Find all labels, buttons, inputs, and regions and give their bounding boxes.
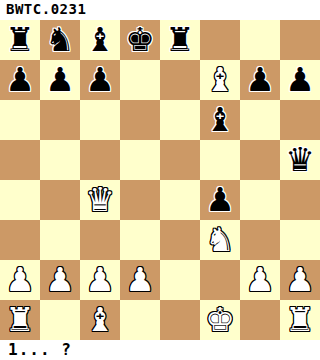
square-e1[interactable] [160, 300, 200, 340]
black-rook: ♜ [165, 20, 195, 60]
white-rook: ♜ [5, 300, 35, 340]
square-h5[interactable]: ♛ [280, 140, 320, 180]
square-g7[interactable]: ♟ [240, 60, 280, 100]
square-b3[interactable] [40, 220, 80, 260]
square-f8[interactable] [200, 20, 240, 60]
black-bishop: ♝ [85, 20, 115, 60]
move-prompt: 1... ? [0, 340, 320, 360]
square-a6[interactable] [0, 100, 40, 140]
square-a8[interactable]: ♜ [0, 20, 40, 60]
square-a7[interactable]: ♟ [0, 60, 40, 100]
square-g1[interactable] [240, 300, 280, 340]
white-pawn: ♟ [45, 260, 75, 300]
square-c6[interactable] [80, 100, 120, 140]
white-pawn: ♟ [85, 260, 115, 300]
square-d4[interactable] [120, 180, 160, 220]
square-c8[interactable]: ♝ [80, 20, 120, 60]
chess-board: ♜♞♝♚♜♟♟♟♝♟♟♝♛♛♟♞♟♟♟♟♟♟♜♝♚♜ [0, 20, 320, 340]
square-f5[interactable] [200, 140, 240, 180]
white-pawn: ♟ [285, 260, 315, 300]
square-f2[interactable] [200, 260, 240, 300]
square-g6[interactable] [240, 100, 280, 140]
square-h1[interactable]: ♜ [280, 300, 320, 340]
black-pawn: ♟ [85, 60, 115, 100]
square-b2[interactable]: ♟ [40, 260, 80, 300]
white-queen: ♛ [85, 180, 115, 220]
square-a5[interactable] [0, 140, 40, 180]
square-g8[interactable] [240, 20, 280, 60]
square-a1[interactable]: ♜ [0, 300, 40, 340]
square-e3[interactable] [160, 220, 200, 260]
white-rook: ♜ [285, 300, 315, 340]
square-c2[interactable]: ♟ [80, 260, 120, 300]
black-pawn: ♟ [5, 60, 35, 100]
square-b4[interactable] [40, 180, 80, 220]
black-pawn: ♟ [205, 180, 235, 220]
white-knight: ♞ [205, 220, 235, 260]
square-b7[interactable]: ♟ [40, 60, 80, 100]
puzzle-id: BWTC.0231 [0, 0, 320, 20]
square-d2[interactable]: ♟ [120, 260, 160, 300]
square-h8[interactable] [280, 20, 320, 60]
white-bishop: ♝ [85, 300, 115, 340]
square-b5[interactable] [40, 140, 80, 180]
square-f1[interactable]: ♚ [200, 300, 240, 340]
square-c1[interactable]: ♝ [80, 300, 120, 340]
square-c4[interactable]: ♛ [80, 180, 120, 220]
black-pawn: ♟ [285, 60, 315, 100]
square-f4[interactable]: ♟ [200, 180, 240, 220]
square-b6[interactable] [40, 100, 80, 140]
square-h4[interactable] [280, 180, 320, 220]
square-f3[interactable]: ♞ [200, 220, 240, 260]
square-h3[interactable] [280, 220, 320, 260]
black-rook: ♜ [5, 20, 35, 60]
square-c7[interactable]: ♟ [80, 60, 120, 100]
square-c5[interactable] [80, 140, 120, 180]
black-bishop: ♝ [205, 100, 235, 140]
square-e6[interactable] [160, 100, 200, 140]
white-pawn: ♟ [245, 260, 275, 300]
square-d6[interactable] [120, 100, 160, 140]
square-g3[interactable] [240, 220, 280, 260]
square-a4[interactable] [0, 180, 40, 220]
black-queen: ♛ [285, 140, 315, 180]
square-e8[interactable]: ♜ [160, 20, 200, 60]
square-b8[interactable]: ♞ [40, 20, 80, 60]
square-e2[interactable] [160, 260, 200, 300]
square-g5[interactable] [240, 140, 280, 180]
square-g2[interactable]: ♟ [240, 260, 280, 300]
square-h2[interactable]: ♟ [280, 260, 320, 300]
white-pawn: ♟ [125, 260, 155, 300]
black-knight: ♞ [45, 20, 75, 60]
black-pawn: ♟ [245, 60, 275, 100]
white-bishop: ♝ [205, 60, 235, 100]
square-c3[interactable] [80, 220, 120, 260]
square-b1[interactable] [40, 300, 80, 340]
square-e5[interactable] [160, 140, 200, 180]
square-a2[interactable]: ♟ [0, 260, 40, 300]
white-king: ♚ [205, 300, 235, 340]
square-f7[interactable]: ♝ [200, 60, 240, 100]
square-d1[interactable] [120, 300, 160, 340]
square-e7[interactable] [160, 60, 200, 100]
white-pawn: ♟ [5, 260, 35, 300]
square-a3[interactable] [0, 220, 40, 260]
black-pawn: ♟ [45, 60, 75, 100]
square-h7[interactable]: ♟ [280, 60, 320, 100]
square-d5[interactable] [120, 140, 160, 180]
black-king: ♚ [125, 20, 155, 60]
square-h6[interactable] [280, 100, 320, 140]
square-e4[interactable] [160, 180, 200, 220]
square-g4[interactable] [240, 180, 280, 220]
square-d7[interactable] [120, 60, 160, 100]
square-d3[interactable] [120, 220, 160, 260]
square-d8[interactable]: ♚ [120, 20, 160, 60]
square-f6[interactable]: ♝ [200, 100, 240, 140]
